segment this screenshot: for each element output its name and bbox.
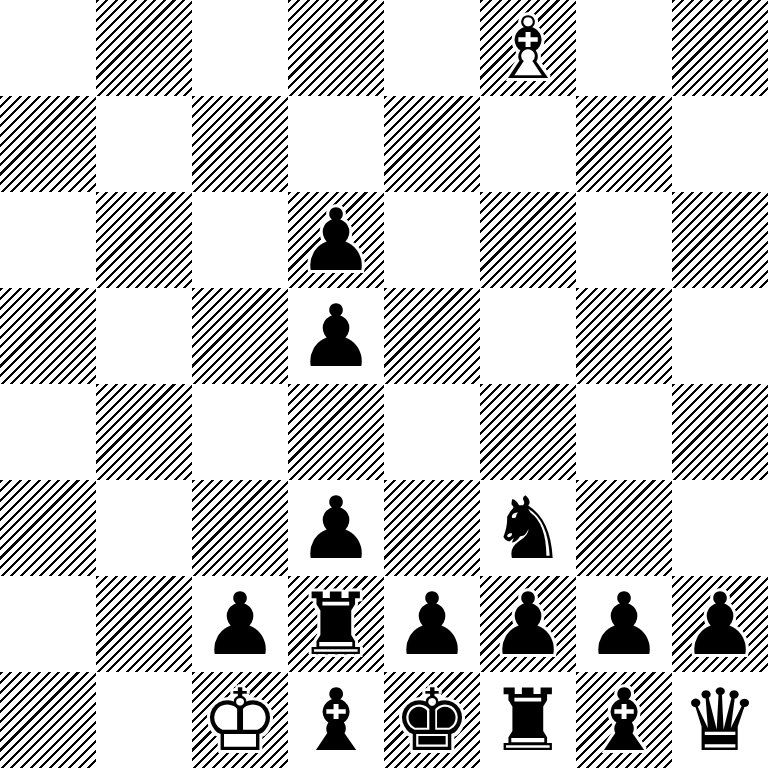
square-h2[interactable]: ♟ <box>672 576 768 672</box>
square-h7[interactable] <box>672 96 768 192</box>
square-a8[interactable] <box>0 0 96 96</box>
square-c5[interactable] <box>192 288 288 384</box>
square-h3[interactable] <box>672 480 768 576</box>
square-a5[interactable] <box>0 288 96 384</box>
square-c7[interactable] <box>192 96 288 192</box>
white-bishop-piece[interactable]: ♝♗ <box>480 0 576 96</box>
white-bishop-icon: ♗ <box>480 0 576 96</box>
square-c3[interactable] <box>192 480 288 576</box>
square-f4[interactable] <box>480 384 576 480</box>
square-g4[interactable] <box>576 384 672 480</box>
square-d6[interactable]: ♟ <box>288 192 384 288</box>
black-rook-piece[interactable]: ♜ <box>480 672 576 768</box>
black-pawn-piece[interactable]: ♟ <box>672 576 768 672</box>
square-e4[interactable] <box>384 384 480 480</box>
square-f2[interactable]: ♟ <box>480 576 576 672</box>
square-d8[interactable] <box>288 0 384 96</box>
black-queen-piece[interactable]: ♛ <box>672 672 768 768</box>
white-king-piece[interactable]: ♚♔ <box>192 672 288 768</box>
black-pawn-icon: ♟ <box>288 192 384 288</box>
square-f8[interactable]: ♝♗ <box>480 0 576 96</box>
black-knight-icon: ♞ <box>480 480 576 576</box>
black-queen-icon: ♛ <box>672 672 768 768</box>
black-pawn-piece[interactable]: ♟ <box>480 576 576 672</box>
black-pawn-piece[interactable]: ♟ <box>288 192 384 288</box>
square-c4[interactable] <box>192 384 288 480</box>
square-d3[interactable]: ♟ <box>288 480 384 576</box>
square-g5[interactable] <box>576 288 672 384</box>
black-knight-piece[interactable]: ♞ <box>480 480 576 576</box>
square-e2[interactable]: ♟ <box>384 576 480 672</box>
black-bishop-icon: ♝ <box>576 672 672 768</box>
square-a1[interactable] <box>0 672 96 768</box>
square-g2[interactable]: ♟ <box>576 576 672 672</box>
black-king-piece[interactable]: ♚ <box>384 672 480 768</box>
square-a7[interactable] <box>0 96 96 192</box>
square-e8[interactable] <box>384 0 480 96</box>
black-bishop-piece[interactable]: ♝ <box>576 672 672 768</box>
square-a2[interactable] <box>0 576 96 672</box>
black-pawn-piece[interactable]: ♟ <box>192 576 288 672</box>
square-f6[interactable] <box>480 192 576 288</box>
black-pawn-icon: ♟ <box>192 576 288 672</box>
black-pawn-piece[interactable]: ♟ <box>384 576 480 672</box>
square-e7[interactable] <box>384 96 480 192</box>
square-b5[interactable] <box>96 288 192 384</box>
square-f5[interactable] <box>480 288 576 384</box>
black-king-icon: ♚ <box>384 672 480 768</box>
square-a3[interactable] <box>0 480 96 576</box>
square-e5[interactable] <box>384 288 480 384</box>
square-c8[interactable] <box>192 0 288 96</box>
square-b3[interactable] <box>96 480 192 576</box>
square-b6[interactable] <box>96 192 192 288</box>
square-b4[interactable] <box>96 384 192 480</box>
square-g6[interactable] <box>576 192 672 288</box>
black-pawn-icon: ♟ <box>384 576 480 672</box>
black-pawn-icon: ♟ <box>288 480 384 576</box>
square-h5[interactable] <box>672 288 768 384</box>
square-d1[interactable]: ♝ <box>288 672 384 768</box>
square-g8[interactable] <box>576 0 672 96</box>
square-d5[interactable]: ♟ <box>288 288 384 384</box>
black-pawn-icon: ♟ <box>672 576 768 672</box>
square-h8[interactable] <box>672 0 768 96</box>
square-a6[interactable] <box>0 192 96 288</box>
black-pawn-piece[interactable]: ♟ <box>288 288 384 384</box>
black-pawn-icon: ♟ <box>480 576 576 672</box>
square-c6[interactable] <box>192 192 288 288</box>
white-king-icon: ♔ <box>192 672 288 768</box>
black-bishop-icon: ♝ <box>288 672 384 768</box>
square-f1[interactable]: ♜ <box>480 672 576 768</box>
square-g1[interactable]: ♝ <box>576 672 672 768</box>
square-f7[interactable] <box>480 96 576 192</box>
chess-board: ♝♗♟♟♟♞♟♜♟♟♟♟♚♔♝♚♜♝♛ <box>0 0 768 768</box>
square-a4[interactable] <box>0 384 96 480</box>
square-h4[interactable] <box>672 384 768 480</box>
square-g3[interactable] <box>576 480 672 576</box>
square-g7[interactable] <box>576 96 672 192</box>
square-h1[interactable]: ♛ <box>672 672 768 768</box>
square-c2[interactable]: ♟ <box>192 576 288 672</box>
square-d4[interactable] <box>288 384 384 480</box>
square-e1[interactable]: ♚ <box>384 672 480 768</box>
black-pawn-icon: ♟ <box>576 576 672 672</box>
square-e3[interactable] <box>384 480 480 576</box>
square-b7[interactable] <box>96 96 192 192</box>
square-b1[interactable] <box>96 672 192 768</box>
square-e6[interactable] <box>384 192 480 288</box>
black-rook-icon: ♜ <box>480 672 576 768</box>
black-rook-icon: ♜ <box>288 576 384 672</box>
chess-diagram: ♝♗♟♟♟♞♟♜♟♟♟♟♚♔♝♚♜♝♛ <box>0 0 768 768</box>
square-d2[interactable]: ♜ <box>288 576 384 672</box>
square-c1[interactable]: ♚♔ <box>192 672 288 768</box>
black-pawn-icon: ♟ <box>288 288 384 384</box>
black-pawn-piece[interactable]: ♟ <box>576 576 672 672</box>
square-f3[interactable]: ♞ <box>480 480 576 576</box>
black-bishop-piece[interactable]: ♝ <box>288 672 384 768</box>
square-d7[interactable] <box>288 96 384 192</box>
black-rook-piece[interactable]: ♜ <box>288 576 384 672</box>
black-pawn-piece[interactable]: ♟ <box>288 480 384 576</box>
square-h6[interactable] <box>672 192 768 288</box>
square-b2[interactable] <box>96 576 192 672</box>
square-b8[interactable] <box>96 0 192 96</box>
